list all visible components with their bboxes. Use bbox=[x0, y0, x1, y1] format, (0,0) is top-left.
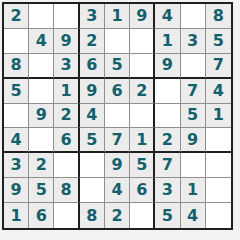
cell-r2c9[interactable]: 5 bbox=[206, 29, 231, 54]
cell-r9c3[interactable] bbox=[54, 203, 79, 228]
cell-r1c6[interactable]: 9 bbox=[130, 4, 155, 29]
cell-r7c1[interactable]: 3 bbox=[4, 153, 29, 178]
cell-r9c2[interactable]: 6 bbox=[29, 203, 54, 228]
cell-r6c7[interactable]: 2 bbox=[155, 128, 180, 153]
cell-r9c4[interactable]: 8 bbox=[80, 203, 105, 228]
cell-r7c3[interactable] bbox=[54, 153, 79, 178]
cell-r4c6[interactable]: 2 bbox=[130, 79, 155, 104]
cell-r3c5[interactable]: 5 bbox=[105, 54, 130, 79]
cell-r2c3[interactable]: 9 bbox=[54, 29, 79, 54]
cell-r3c8[interactable] bbox=[181, 54, 206, 79]
cell-r1c1[interactable]: 2 bbox=[4, 4, 29, 29]
cell-r5c6[interactable] bbox=[130, 104, 155, 129]
cell-r7c6[interactable]: 5 bbox=[130, 153, 155, 178]
cell-r4c9[interactable]: 4 bbox=[206, 79, 231, 104]
cell-r4c2[interactable] bbox=[29, 79, 54, 104]
cell-r7c8[interactable] bbox=[181, 153, 206, 178]
cell-r5c9[interactable]: 1 bbox=[206, 104, 231, 129]
cell-r8c4[interactable] bbox=[80, 178, 105, 203]
cell-r1c4[interactable]: 3 bbox=[80, 4, 105, 29]
cell-r9c7[interactable]: 5 bbox=[155, 203, 180, 228]
sudoku-board: 2319484921358365975196274924514657129329… bbox=[2, 2, 233, 230]
cell-r1c2[interactable] bbox=[29, 4, 54, 29]
cell-r1c7[interactable]: 4 bbox=[155, 4, 180, 29]
cell-r4c7[interactable] bbox=[155, 79, 180, 104]
cell-r4c5[interactable]: 6 bbox=[105, 79, 130, 104]
cell-r3c2[interactable] bbox=[29, 54, 54, 79]
cell-r6c3[interactable]: 6 bbox=[54, 128, 79, 153]
cell-r8c8[interactable]: 1 bbox=[181, 178, 206, 203]
cell-r2c6[interactable] bbox=[130, 29, 155, 54]
cell-r3c7[interactable]: 9 bbox=[155, 54, 180, 79]
cell-r7c4[interactable] bbox=[80, 153, 105, 178]
cell-r3c6[interactable] bbox=[130, 54, 155, 79]
cell-r6c9[interactable] bbox=[206, 128, 231, 153]
cell-r6c1[interactable]: 4 bbox=[4, 128, 29, 153]
cell-r8c9[interactable] bbox=[206, 178, 231, 203]
cell-r3c3[interactable]: 3 bbox=[54, 54, 79, 79]
cell-r9c1[interactable]: 1 bbox=[4, 203, 29, 228]
cell-r1c8[interactable] bbox=[181, 4, 206, 29]
cell-r6c2[interactable] bbox=[29, 128, 54, 153]
cell-r3c4[interactable]: 6 bbox=[80, 54, 105, 79]
cell-r1c9[interactable]: 8 bbox=[206, 4, 231, 29]
cell-r8c2[interactable]: 5 bbox=[29, 178, 54, 203]
cell-r9c5[interactable]: 2 bbox=[105, 203, 130, 228]
cell-r2c1[interactable] bbox=[4, 29, 29, 54]
cell-r6c8[interactable]: 9 bbox=[181, 128, 206, 153]
cell-r5c7[interactable] bbox=[155, 104, 180, 129]
cell-r9c8[interactable]: 4 bbox=[181, 203, 206, 228]
cell-r8c3[interactable]: 8 bbox=[54, 178, 79, 203]
cell-r8c1[interactable]: 9 bbox=[4, 178, 29, 203]
cell-r7c9[interactable] bbox=[206, 153, 231, 178]
cell-r7c7[interactable]: 7 bbox=[155, 153, 180, 178]
cell-r5c2[interactable]: 9 bbox=[29, 104, 54, 129]
cell-r2c4[interactable]: 2 bbox=[80, 29, 105, 54]
cell-r6c4[interactable]: 5 bbox=[80, 128, 105, 153]
cell-r4c8[interactable]: 7 bbox=[181, 79, 206, 104]
cell-r5c1[interactable] bbox=[4, 104, 29, 129]
cell-r6c5[interactable]: 7 bbox=[105, 128, 130, 153]
cell-r3c1[interactable]: 8 bbox=[4, 54, 29, 79]
cell-r5c5[interactable] bbox=[105, 104, 130, 129]
cell-r2c5[interactable] bbox=[105, 29, 130, 54]
cell-r7c2[interactable]: 2 bbox=[29, 153, 54, 178]
cell-r7c5[interactable]: 9 bbox=[105, 153, 130, 178]
cell-r3c9[interactable]: 7 bbox=[206, 54, 231, 79]
cell-r4c1[interactable]: 5 bbox=[4, 79, 29, 104]
cell-r9c9[interactable] bbox=[206, 203, 231, 228]
cell-r6c6[interactable]: 1 bbox=[130, 128, 155, 153]
cell-r1c3[interactable] bbox=[54, 4, 79, 29]
cell-r8c5[interactable]: 4 bbox=[105, 178, 130, 203]
cell-r5c3[interactable]: 2 bbox=[54, 104, 79, 129]
cell-r8c6[interactable]: 6 bbox=[130, 178, 155, 203]
cell-r2c2[interactable]: 4 bbox=[29, 29, 54, 54]
cell-r2c7[interactable]: 1 bbox=[155, 29, 180, 54]
cell-r2c8[interactable]: 3 bbox=[181, 29, 206, 54]
cell-r8c7[interactable]: 3 bbox=[155, 178, 180, 203]
cell-r5c8[interactable]: 5 bbox=[181, 104, 206, 129]
cell-r9c6[interactable] bbox=[130, 203, 155, 228]
cell-r4c3[interactable]: 1 bbox=[54, 79, 79, 104]
cell-r4c4[interactable]: 9 bbox=[80, 79, 105, 104]
cell-r1c5[interactable]: 1 bbox=[105, 4, 130, 29]
cell-r5c4[interactable]: 4 bbox=[80, 104, 105, 129]
